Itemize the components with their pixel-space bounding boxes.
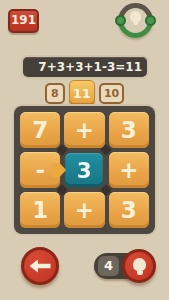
hint-count: 4 — [98, 256, 119, 276]
ring-left-dot — [115, 15, 126, 26]
board-cell-r0c2[interactable]: 3 — [109, 112, 149, 148]
puzzle-board: 7 + 3 - 3 + 1 + 3 — [14, 106, 155, 234]
board-cell-r2c1[interactable]: + — [64, 192, 104, 228]
back-arrow-icon — [30, 260, 51, 273]
game-screen: 191 7+3+3+1-3=11 8 11 10 7 + 3 - 3 + 1 +… — [0, 0, 169, 300]
board-cell-r2c0[interactable]: 1 — [20, 192, 60, 228]
board-cell-r0c0[interactable]: 7 — [20, 112, 60, 148]
board-cell-r0c1[interactable]: + — [64, 112, 104, 148]
board-cell-r1c2[interactable]: + — [109, 152, 149, 188]
target-tile-8: 8 — [45, 83, 65, 104]
board-cell-r1c1-active[interactable]: 3 — [66, 153, 104, 187]
cursor-arrow-icon — [52, 163, 66, 177]
target-tile-11-selected: 11 — [69, 80, 95, 106]
back-button[interactable] — [21, 247, 59, 285]
lightbulb-icon — [130, 11, 141, 22]
target-row: 8 11 10 — [0, 79, 169, 107]
board-cell-r2c2[interactable]: 3 — [109, 192, 149, 228]
target-tile-10: 10 — [99, 83, 124, 104]
level-badge: 191 — [8, 9, 39, 33]
ring-right-dot — [145, 15, 156, 26]
profile-ring-lightbulb-icon[interactable] — [118, 3, 153, 38]
lightbulb-icon — [133, 258, 146, 271]
equation-display: 7+3+3+1-3=11 — [23, 57, 147, 77]
hint-button[interactable] — [122, 249, 156, 283]
